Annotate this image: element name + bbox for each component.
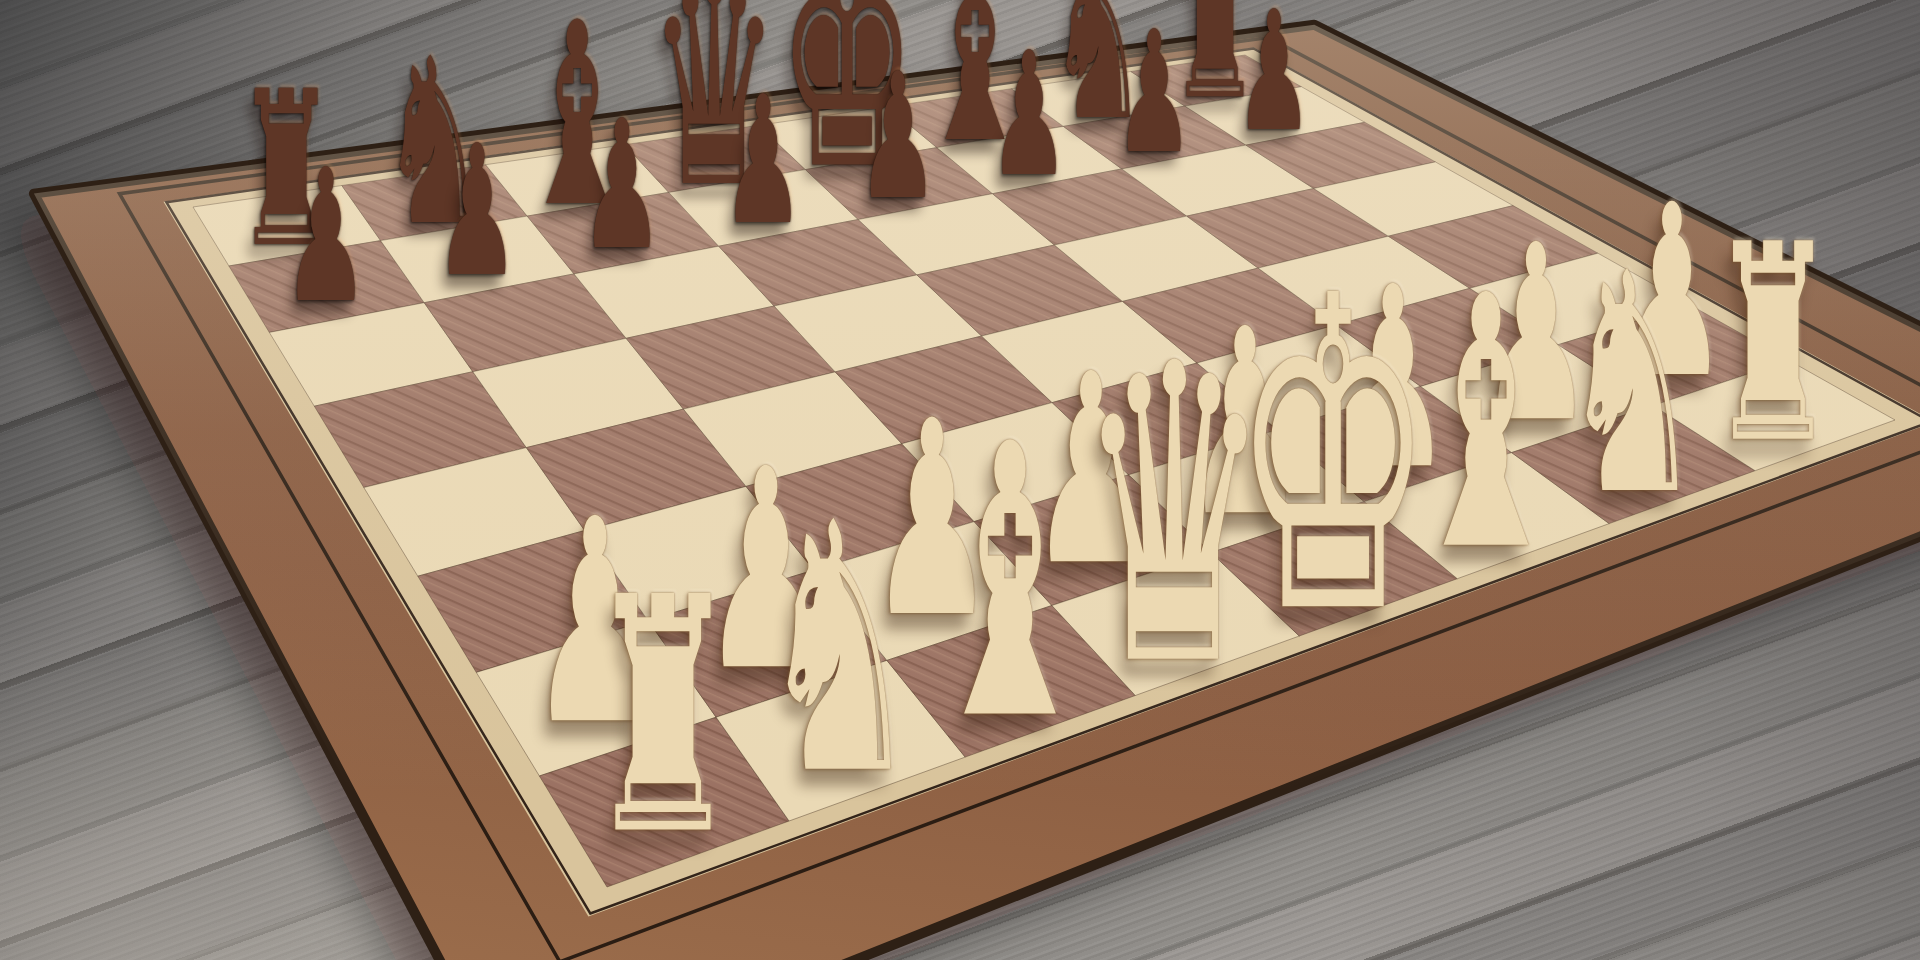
chessboard — [0, 0, 1920, 960]
chess-photo-scene: ♜♞♝♛♚♝♞♜♟♟♟♟♟♟♟♟♟♟♟♟♟♟♟♟♜♞♝♛♚♝♞♜ — [0, 0, 1920, 960]
